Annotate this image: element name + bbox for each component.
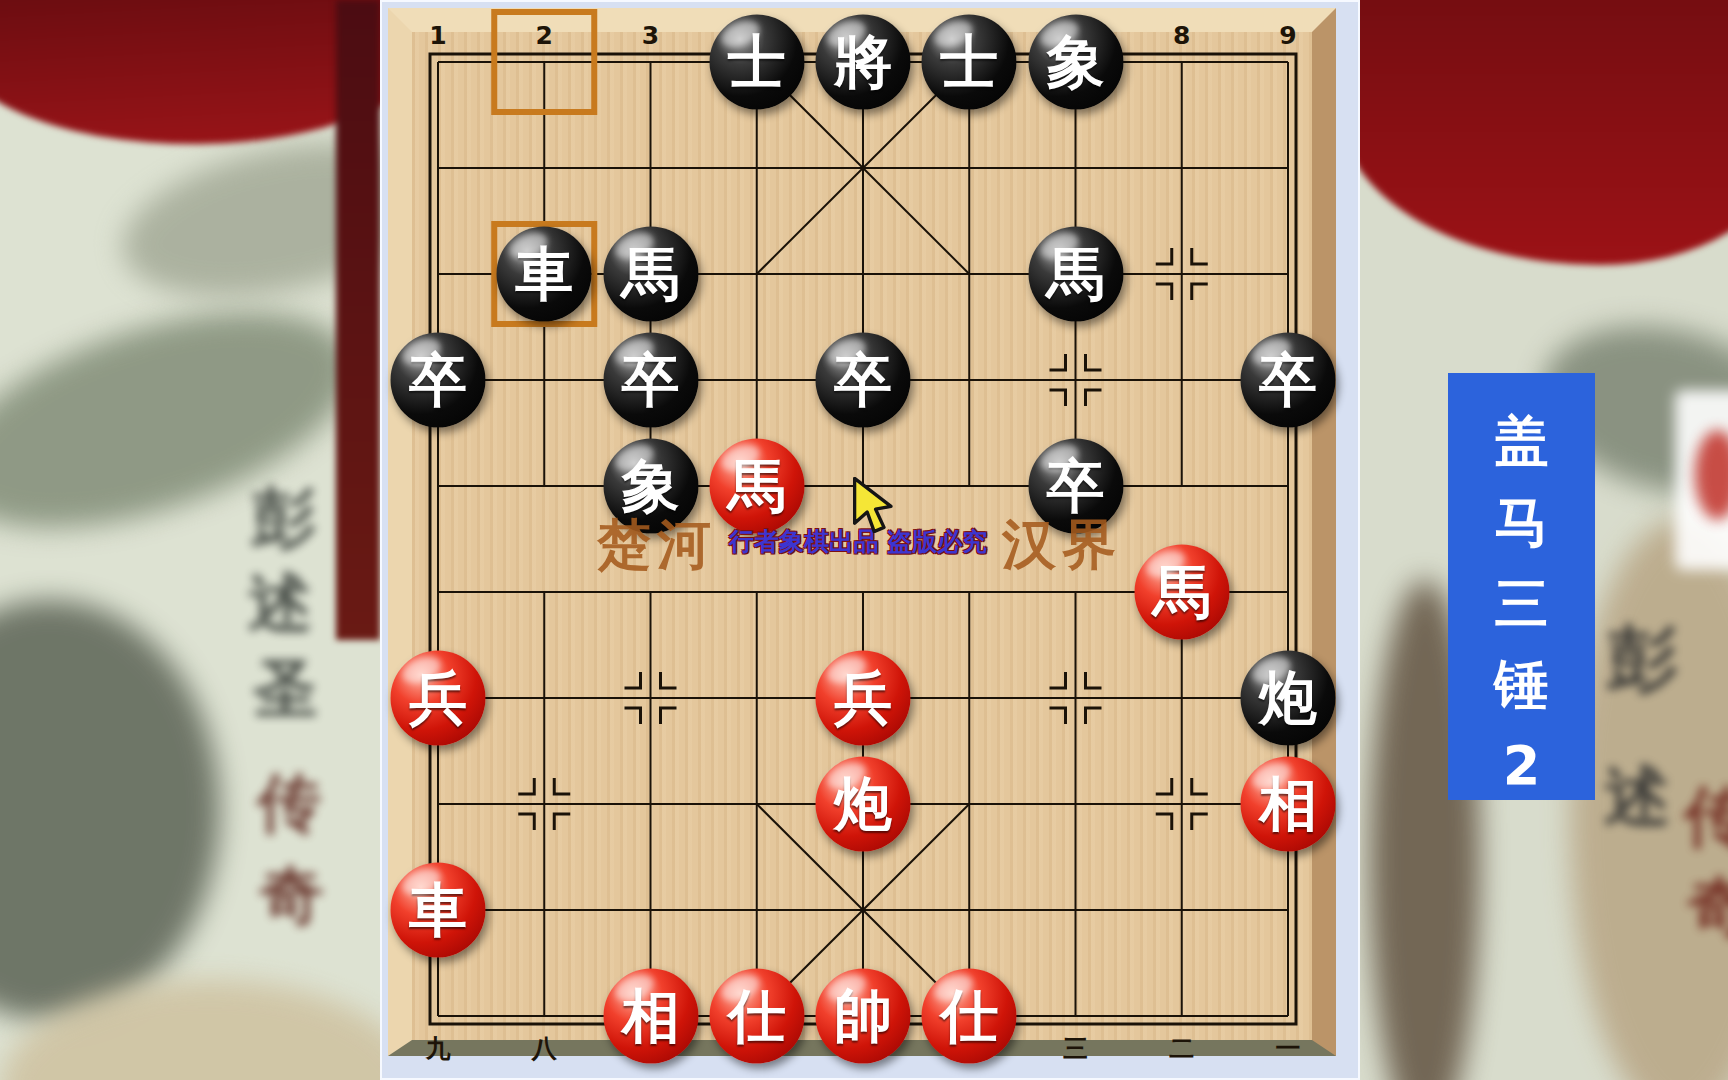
column-label-bottom-8: 二 bbox=[1169, 1032, 1194, 1065]
piece-glyph: 卒 bbox=[409, 333, 467, 428]
piece-glyph: 士 bbox=[940, 15, 998, 110]
piece-glyph: 炮 bbox=[1259, 651, 1317, 746]
calligraphy-char: 彭 bbox=[252, 474, 316, 561]
piece-glyph: 馬 bbox=[1153, 545, 1211, 640]
piece-red-elephant[interactable]: 相 bbox=[603, 969, 698, 1064]
piece-red-horse[interactable]: 馬 bbox=[709, 439, 804, 534]
piece-red-elephant[interactable]: 相 bbox=[1241, 757, 1336, 852]
piece-black-soldier[interactable]: 卒 bbox=[816, 333, 911, 428]
calligraphy-char: 奇 bbox=[1688, 862, 1728, 952]
piece-red-chariot[interactable]: 車 bbox=[391, 863, 486, 958]
piece-black-soldier[interactable]: 卒 bbox=[603, 333, 698, 428]
piece-glyph: 仕 bbox=[728, 969, 786, 1064]
piece-glyph: 帥 bbox=[834, 969, 892, 1064]
piece-glyph: 馬 bbox=[728, 439, 786, 534]
piece-red-general[interactable]: 帥 bbox=[816, 969, 911, 1064]
scroll-edge bbox=[336, 0, 380, 640]
piece-glyph: 車 bbox=[409, 863, 467, 958]
piece-red-horse[interactable]: 馬 bbox=[1134, 545, 1229, 640]
piece-red-soldier[interactable]: 兵 bbox=[816, 651, 911, 746]
piece-glyph: 仕 bbox=[940, 969, 998, 1064]
piece-glyph: 車 bbox=[515, 227, 573, 322]
calligraphy-char: 传 bbox=[1684, 772, 1728, 862]
piece-glyph: 卒 bbox=[1259, 333, 1317, 428]
piece-glyph: 相 bbox=[1259, 757, 1317, 852]
piece-glyph: 炮 bbox=[834, 757, 892, 852]
piece-black-cannon[interactable]: 炮 bbox=[1241, 651, 1336, 746]
calligraphy-char: 述 bbox=[248, 560, 312, 647]
calligraphy-char: 传 bbox=[257, 760, 321, 847]
piece-glyph: 士 bbox=[728, 15, 786, 110]
piece-glyph: 馬 bbox=[622, 227, 680, 322]
column-label-bottom-2: 八 bbox=[532, 1032, 557, 1065]
column-label-bottom-7: 三 bbox=[1063, 1032, 1088, 1065]
piece-black-elephant[interactable]: 象 bbox=[1028, 15, 1123, 110]
episode-banner: 盖马三锤2 bbox=[1448, 373, 1595, 800]
piece-black-general[interactable]: 將 bbox=[816, 15, 911, 110]
piece-glyph: 兵 bbox=[834, 651, 892, 746]
calligraphy-char: 奇 bbox=[260, 852, 324, 939]
piece-glyph: 將 bbox=[834, 15, 892, 110]
screenshot-stage: 彭述圣传奇彭述传奇 123456789九八七六五四三二一士將士象車馬馬卒卒卒卒象… bbox=[0, 0, 1728, 1080]
piece-red-advisor[interactable]: 仕 bbox=[922, 969, 1017, 1064]
calligraphy-char: 彭 bbox=[1608, 612, 1678, 706]
column-label-top-9: 9 bbox=[1279, 21, 1296, 50]
calligraphy-char: 述 bbox=[1604, 752, 1670, 842]
river-text-chuhe: 楚河 bbox=[597, 509, 717, 582]
column-label-top-2: 2 bbox=[536, 21, 553, 50]
piece-glyph: 卒 bbox=[622, 333, 680, 428]
column-label-top-1: 1 bbox=[429, 21, 446, 50]
piece-red-soldier[interactable]: 兵 bbox=[391, 651, 486, 746]
column-label-bottom-9: 一 bbox=[1276, 1032, 1301, 1065]
crimson-band bbox=[1360, 0, 1728, 265]
piece-black-soldier[interactable]: 卒 bbox=[1241, 333, 1336, 428]
banner-char: 马 bbox=[1495, 482, 1549, 563]
piece-black-chariot[interactable]: 車 bbox=[497, 227, 592, 322]
piece-red-advisor[interactable]: 仕 bbox=[709, 969, 804, 1064]
piece-red-cannon[interactable]: 炮 bbox=[816, 757, 911, 852]
piece-glyph: 象 bbox=[1047, 15, 1105, 110]
piece-glyph: 卒 bbox=[834, 333, 892, 428]
column-label-top-3: 3 bbox=[642, 21, 659, 50]
crimson-band bbox=[0, 0, 380, 157]
column-label-bottom-1: 九 bbox=[426, 1032, 451, 1065]
piece-black-soldier[interactable]: 卒 bbox=[391, 333, 486, 428]
column-label-top-8: 8 bbox=[1173, 21, 1190, 50]
piece-black-advisor[interactable]: 士 bbox=[922, 15, 1017, 110]
mouse-cursor-icon[interactable] bbox=[853, 477, 901, 533]
banner-char: 盖 bbox=[1495, 401, 1549, 482]
piece-black-horse[interactable]: 馬 bbox=[1028, 227, 1123, 322]
piece-black-advisor[interactable]: 士 bbox=[709, 15, 804, 110]
banner-char: 三 bbox=[1495, 563, 1549, 644]
river-text-hanjie: 汉界 bbox=[1002, 509, 1122, 582]
piece-glyph: 相 bbox=[622, 969, 680, 1064]
banner-char: 锤 bbox=[1495, 644, 1549, 725]
piece-glyph: 馬 bbox=[1047, 227, 1105, 322]
banner-char: 2 bbox=[1503, 725, 1541, 806]
mountain-blob bbox=[0, 600, 220, 1020]
mountain-blob bbox=[0, 270, 378, 571]
piece-glyph: 兵 bbox=[409, 651, 467, 746]
calligraphy-char: 圣 bbox=[253, 646, 317, 733]
piece-black-horse[interactable]: 馬 bbox=[603, 227, 698, 322]
